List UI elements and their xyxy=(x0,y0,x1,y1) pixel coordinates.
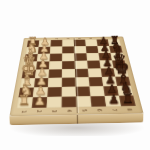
square-f6 xyxy=(89,77,104,86)
square-d3 xyxy=(49,61,62,69)
square-h5 xyxy=(76,96,91,107)
chess-board: ♜♟♟♜♞♟♟♞♝♟♟♝♛♟♟♛♚♟♟♚♝♟♟♝♞♟♟♞♜♟♟♜ xyxy=(17,39,136,108)
square-f4 xyxy=(62,78,76,87)
square-d5 xyxy=(75,61,88,69)
square-h8: ♜ xyxy=(119,95,136,106)
chess-set-photo: 12345678 ♜♟♟♜♞♟♟♞♝♟♟♝♛♟♟♛♚♟♟♚♝♟♟♝♞♟♟♞♜♟♟… xyxy=(0,0,150,150)
square-g3 xyxy=(47,87,61,97)
square-g4 xyxy=(62,87,76,97)
square-h2: ♟ xyxy=(32,97,48,108)
square-d6 xyxy=(87,61,101,69)
square-f5 xyxy=(75,77,89,86)
board-frame: 12345678 ♜♟♟♜♞♟♟♞♝♟♟♝♛♟♟♛♚♟♟♚♝♟♟♝♞♟♟♞♜♟♟… xyxy=(9,37,143,117)
square-h3 xyxy=(47,97,62,108)
square-h1: ♜ xyxy=(17,97,33,108)
square-e6 xyxy=(88,69,102,78)
square-e3 xyxy=(49,69,63,78)
square-g5 xyxy=(76,86,91,96)
square-h6 xyxy=(90,96,106,107)
square-e5 xyxy=(75,69,89,78)
white-pawn: ♟ xyxy=(33,95,45,108)
board-perspective-wrap: 12345678 ♜♟♟♜♞♟♟♞♝♟♟♝♛♟♟♛♚♟♟♚♝♟♟♝♞♟♟♞♜♟♟… xyxy=(9,37,143,117)
black-pawn: ♟ xyxy=(108,93,119,106)
black-rook: ♜ xyxy=(122,92,134,106)
square-e4 xyxy=(62,69,75,78)
square-h4 xyxy=(62,97,77,108)
square-h7: ♟ xyxy=(105,96,121,107)
square-c5 xyxy=(74,53,87,61)
square-g6 xyxy=(89,86,104,96)
hinge-seam xyxy=(77,115,78,124)
square-d4 xyxy=(62,61,75,69)
white-rook: ♜ xyxy=(18,94,31,108)
square-f3 xyxy=(48,78,62,87)
